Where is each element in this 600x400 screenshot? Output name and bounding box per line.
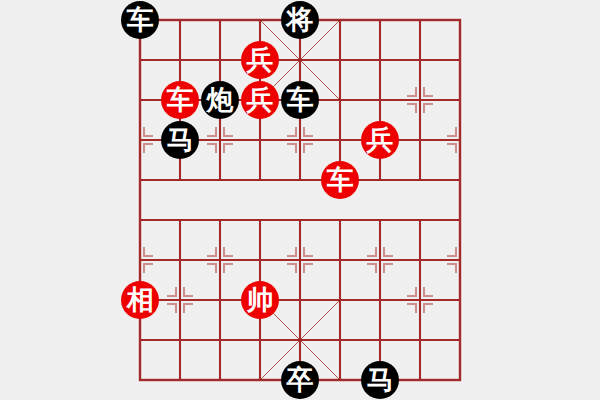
piece-red-general[interactable]: 帅 xyxy=(241,281,279,319)
piece-black-cannon[interactable]: 炮 xyxy=(201,81,239,119)
piece-red-chariot[interactable]: 车 xyxy=(161,81,199,119)
piece-red-chariot[interactable]: 车 xyxy=(321,161,359,199)
piece-black-general[interactable]: 将 xyxy=(281,1,319,39)
piece-layer: 车将兵车炮兵车马兵车相帅卒马 xyxy=(120,0,480,400)
piece-black-horse[interactable]: 马 xyxy=(361,361,399,399)
piece-red-elephant[interactable]: 相 xyxy=(121,281,159,319)
piece-black-chariot[interactable]: 车 xyxy=(281,81,319,119)
piece-red-soldier[interactable]: 兵 xyxy=(241,81,279,119)
piece-red-soldier[interactable]: 兵 xyxy=(241,41,279,79)
piece-black-chariot[interactable]: 车 xyxy=(121,1,159,39)
piece-black-horse[interactable]: 马 xyxy=(161,121,199,159)
xiangqi-diagram: 车将兵车炮兵车马兵车相帅卒马 xyxy=(0,0,600,400)
piece-red-soldier[interactable]: 兵 xyxy=(361,121,399,159)
piece-black-soldier[interactable]: 卒 xyxy=(281,361,319,399)
